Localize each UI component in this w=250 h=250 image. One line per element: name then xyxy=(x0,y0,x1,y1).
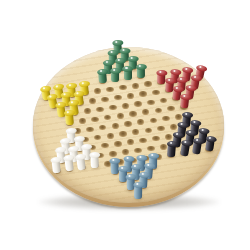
peg-black[interactable] xyxy=(193,139,203,154)
peg-cap xyxy=(46,93,58,101)
peg-green[interactable] xyxy=(124,68,132,80)
peg-specular-highlight xyxy=(110,51,113,53)
peg-cap xyxy=(148,153,159,159)
peg-specular-highlight xyxy=(176,132,179,134)
peg-white[interactable] xyxy=(90,154,99,168)
peg-cap xyxy=(127,56,138,62)
peg-cap xyxy=(50,156,62,163)
peg-cap xyxy=(81,143,92,150)
peg-cap xyxy=(182,66,194,73)
peg-cap xyxy=(39,85,51,93)
peg-specular-highlight xyxy=(121,167,124,169)
peg-specular-highlight xyxy=(76,137,79,139)
peg-specular-highlight xyxy=(62,139,65,141)
peg-green[interactable] xyxy=(98,71,107,83)
peg-green[interactable] xyxy=(111,70,119,82)
peg-black[interactable] xyxy=(167,143,176,157)
peg-specular-highlight xyxy=(180,78,183,80)
peg-yellow[interactable] xyxy=(65,112,74,125)
peg-white[interactable] xyxy=(76,155,86,170)
peg-specular-highlight xyxy=(92,153,95,155)
peg-specular-highlight xyxy=(139,156,142,158)
peg-specular-highlight xyxy=(172,70,175,72)
peg-cap xyxy=(60,92,72,99)
peg-cap xyxy=(54,101,66,109)
peg-specular-highlight xyxy=(105,61,108,63)
peg-cap xyxy=(119,48,130,55)
peg-specular-highlight xyxy=(69,84,72,86)
peg-specular-highlight xyxy=(193,76,196,78)
chinese-checkers-product-photo xyxy=(0,0,250,250)
peg-specular-highlight xyxy=(183,140,186,142)
peg-cap xyxy=(176,76,187,83)
peg-specular-highlight xyxy=(113,69,116,71)
peg-cap xyxy=(73,135,84,142)
peg-black[interactable] xyxy=(180,141,190,156)
peg-specular-highlight xyxy=(188,131,191,133)
peg-cap xyxy=(59,137,71,145)
peg-red[interactable] xyxy=(157,72,165,84)
peg-black[interactable] xyxy=(205,138,215,152)
peg-cap xyxy=(144,162,155,169)
peg-cap xyxy=(177,121,189,128)
peg-blue[interactable] xyxy=(134,184,142,199)
peg-specular-highlight xyxy=(70,147,73,149)
peg-cap xyxy=(110,68,121,74)
peg-cap xyxy=(78,80,90,87)
peg-cap xyxy=(182,112,193,119)
peg-green[interactable] xyxy=(136,66,144,78)
peg-specular-highlight xyxy=(81,82,84,84)
peg-cap xyxy=(109,158,120,165)
peg-cap xyxy=(65,127,77,134)
peg-cap xyxy=(115,58,126,64)
peg-specular-highlight xyxy=(128,175,131,177)
peg-cap xyxy=(66,82,77,89)
peg-cap xyxy=(122,66,133,72)
peg-cap xyxy=(133,182,144,188)
peg-specular-highlight xyxy=(193,121,196,123)
peg-cap xyxy=(54,147,66,155)
peg-red[interactable] xyxy=(180,96,189,109)
peg-specular-highlight xyxy=(66,111,69,113)
peg-white[interactable] xyxy=(64,157,74,172)
peg-specular-highlight xyxy=(188,86,191,88)
pegs-layer xyxy=(0,0,250,250)
peg-specular-highlight xyxy=(76,92,79,94)
peg-cap xyxy=(89,152,100,159)
peg-specular-highlight xyxy=(125,67,128,69)
peg-white[interactable] xyxy=(51,159,61,174)
